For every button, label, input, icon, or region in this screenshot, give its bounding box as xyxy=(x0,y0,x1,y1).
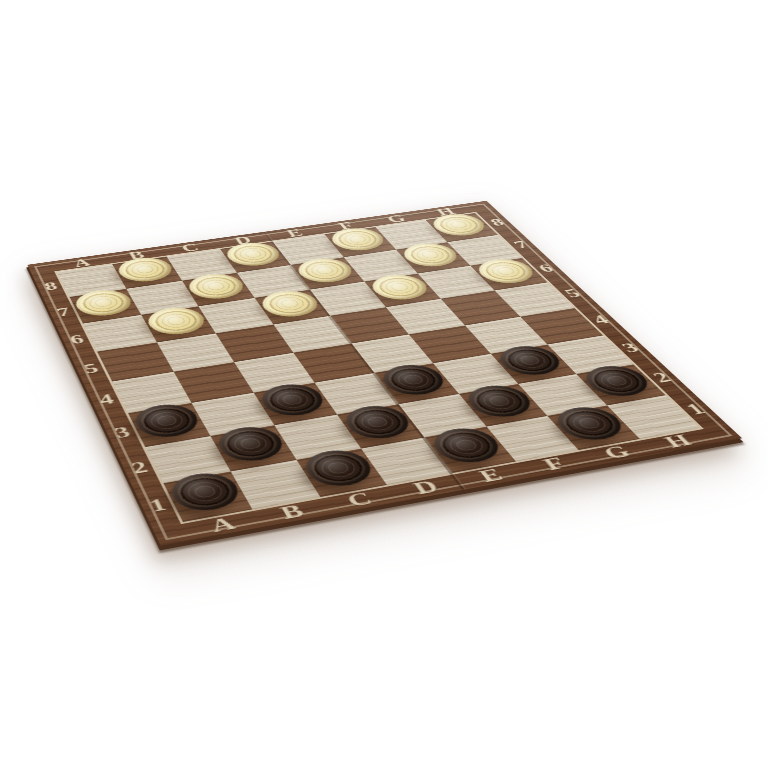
photo-background: AA88BB77CC66DD55EE44FF33GG22HH11⛀⛀⛀⛀⛀⛀⛀⛀… xyxy=(0,0,768,768)
board-wrap: AA88BB77CC66DD55EE44FF33GG22HH11⛀⛀⛀⛀⛀⛀⛀⛀… xyxy=(0,0,768,768)
checkers-board: AA88BB77CC66DD55EE44FF33GG22HH11⛀⛀⛀⛀⛀⛀⛀⛀… xyxy=(27,201,742,546)
